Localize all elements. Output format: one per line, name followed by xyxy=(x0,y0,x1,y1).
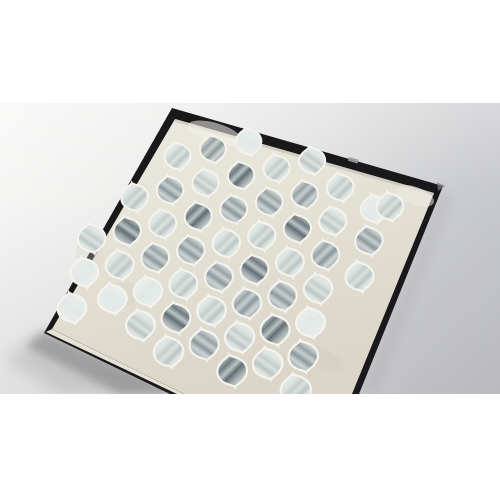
product-photo xyxy=(0,103,500,394)
screenshot-root xyxy=(0,0,500,500)
letterbox-bottom xyxy=(0,394,500,500)
letterbox-top xyxy=(0,0,500,103)
tile-tray-scene xyxy=(0,103,500,394)
